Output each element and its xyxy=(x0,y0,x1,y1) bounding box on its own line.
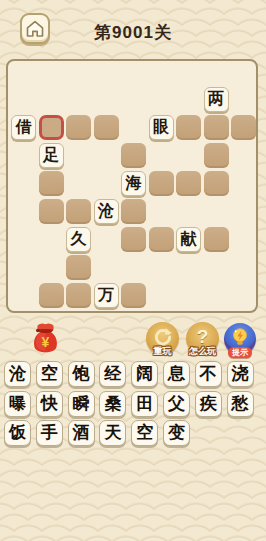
grid-cell-empty[interactable] xyxy=(204,143,229,168)
tray-tile[interactable]: 沧 xyxy=(4,361,31,387)
tray-tile[interactable]: 瞬 xyxy=(68,391,95,417)
grid-cell-empty[interactable] xyxy=(149,171,174,196)
tray-tile[interactable]: 经 xyxy=(99,361,126,387)
tray-tile[interactable]: 天 xyxy=(99,420,126,446)
grid-cell-empty[interactable] xyxy=(94,115,119,140)
grid-cell-letter: 眼 xyxy=(149,115,174,140)
level-title: 第9001关 xyxy=(0,21,266,44)
grid-cell-empty[interactable] xyxy=(204,171,229,196)
yen-symbol: ¥ xyxy=(42,334,50,350)
tray-tile[interactable]: 疾 xyxy=(195,391,222,417)
tray-tile[interactable]: 空 xyxy=(131,420,158,446)
grid-cell-empty[interactable] xyxy=(149,227,174,252)
grid-cell-empty[interactable] xyxy=(66,115,91,140)
tray-tile[interactable]: 息 xyxy=(163,361,190,387)
tray-tile[interactable]: 桑 xyxy=(99,391,126,417)
grid-cell-empty[interactable] xyxy=(121,143,146,168)
money-bag-icon: ¥ xyxy=(31,321,60,356)
grid-cell-letter: 足 xyxy=(39,143,64,168)
grid-cell-empty[interactable] xyxy=(66,255,91,280)
tray-tile[interactable]: 空 xyxy=(36,361,63,387)
tray-tile[interactable]: 手 xyxy=(36,420,63,446)
grid-cell-empty[interactable] xyxy=(121,199,146,224)
grid-cell-empty[interactable] xyxy=(39,199,64,224)
grid-cell-selected[interactable] xyxy=(39,115,64,140)
tray-tile[interactable]: 快 xyxy=(36,391,63,417)
tray-tile[interactable]: 变 xyxy=(163,420,190,446)
grid-cell-empty[interactable] xyxy=(39,283,64,308)
grid-cell-letter: 两 xyxy=(204,87,229,112)
refresh-icon xyxy=(153,327,173,347)
tray-tile[interactable]: 酒 xyxy=(68,420,95,446)
grid-cell-letter: 沧 xyxy=(94,199,119,224)
grid-cell-empty[interactable] xyxy=(39,171,64,196)
hint-label: 提示 xyxy=(228,347,252,358)
grid-cell-empty[interactable] xyxy=(176,171,201,196)
tray-tile[interactable]: 饭 xyxy=(4,420,31,446)
how-to-play-button[interactable]: ? 怎么玩 xyxy=(186,322,219,355)
replay-button[interactable]: 重玩 xyxy=(146,322,179,355)
tray-tile[interactable]: 浇 xyxy=(227,361,254,387)
grid-cell-empty[interactable] xyxy=(204,227,229,252)
grid-cell-empty[interactable] xyxy=(176,115,201,140)
grid-cell-empty[interactable] xyxy=(66,283,91,308)
tray-tile[interactable]: 阔 xyxy=(131,361,158,387)
grid-cell-letter: 借 xyxy=(11,115,36,140)
grid-cell-letter: 久 xyxy=(66,227,91,252)
grid-cell-letter: 海 xyxy=(121,171,146,196)
grid-cell-letter: 万 xyxy=(94,283,119,308)
bulb-icon xyxy=(231,327,249,347)
tray-tile[interactable]: 田 xyxy=(131,391,158,417)
how-to-play-label: 怎么玩 xyxy=(179,345,225,358)
grid-cell-empty[interactable] xyxy=(204,115,229,140)
grid-cell-empty[interactable] xyxy=(231,115,256,140)
grid-cell-empty[interactable] xyxy=(66,199,91,224)
money-bag-button[interactable]: ¥ xyxy=(31,321,60,356)
tray-tile[interactable]: 不 xyxy=(195,361,222,387)
tray-tile[interactable]: 愁 xyxy=(227,391,254,417)
game-screen: 第9001关 两借眼足海沧久献万 ¥ 重玩 ? 怎么玩 xyxy=(0,0,266,541)
tray-tile[interactable]: 饱 xyxy=(68,361,95,387)
tray-tile[interactable]: 曝 xyxy=(4,391,31,417)
hint-button[interactable]: 提示 xyxy=(224,323,256,355)
grid-cell-empty[interactable] xyxy=(121,283,146,308)
grid-cell-letter: 献 xyxy=(176,227,201,252)
grid-cell-empty[interactable] xyxy=(121,227,146,252)
tray-tile[interactable]: 父 xyxy=(163,391,190,417)
